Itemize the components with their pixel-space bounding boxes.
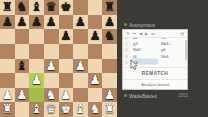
white-pawn: ♟ [89,74,100,87]
square-f5[interactable] [73,44,88,59]
square-d4[interactable]: ♟ [44,59,59,74]
square-h6[interactable]: ♞ [102,29,117,44]
square-b5[interactable] [15,44,30,59]
square-c1[interactable]: ♝ [29,102,44,117]
black-bishop: ♝ [16,59,27,72]
square-h8[interactable]: ♜ [102,0,117,15]
square-g3[interactable]: ♟ [88,73,103,88]
analysis-board-link[interactable]: Analysis board [123,79,187,89]
square-h3[interactable] [102,73,117,88]
player-top: Anonymous [124,21,188,28]
square-a5[interactable] [0,44,15,59]
move-toolbar: ⇅ ⏮ ◀ ▶ ⏭ ▤ [123,30,187,38]
square-g1[interactable]: ♞ [88,102,103,117]
square-b1[interactable] [15,102,30,117]
white-rook: ♜ [2,103,13,116]
black-knight: ♞ [104,30,115,43]
square-g2[interactable] [88,88,103,103]
square-e2[interactable]: ♟ [59,88,74,103]
square-g8[interactable] [88,0,103,15]
square-d2[interactable]: ♞ [44,88,59,103]
chess-board[interactable]: ♜♞♝♛♚♜♟♟♟♟♟♟♟♟♞♝♟♟♟♟♟♟♞♟♟♜♝♛♚♝♞♜ [0,0,117,117]
square-c6[interactable] [29,29,44,44]
square-f8[interactable] [73,0,88,15]
square-b8[interactable]: ♞ [15,0,30,15]
square-e5[interactable] [59,44,74,59]
square-d8[interactable]: ♛ [44,0,59,15]
square-e1[interactable]: ♚ [59,102,74,117]
square-h5[interactable] [102,44,117,59]
white-bishop: ♝ [75,103,86,116]
square-h1[interactable]: ♜ [102,102,117,117]
last-move-icon[interactable]: ⏭ [151,32,155,36]
player-bottom-name: WadeBasted [129,93,157,99]
square-d6[interactable] [44,29,59,44]
square-g5[interactable] [88,44,103,59]
square-g6[interactable]: ♟ [88,29,103,44]
white-knight: ♞ [46,88,57,101]
square-d3[interactable] [44,73,59,88]
mouse-cursor-icon [130,60,139,71]
square-f4[interactable]: ♟ [73,59,88,74]
square-f3[interactable] [73,73,88,88]
black-bishop: ♝ [31,1,42,14]
square-e6[interactable]: ♟ [59,29,74,44]
square-f1[interactable]: ♝ [73,102,88,117]
square-e4[interactable] [59,59,74,74]
white-bishop: ♝ [31,103,42,116]
square-f2[interactable] [73,88,88,103]
square-e7[interactable] [59,15,74,30]
online-dot-icon [124,23,127,26]
prev-move-icon[interactable]: ◀ [139,32,142,36]
square-g7[interactable] [88,15,103,30]
square-b7[interactable]: ♟ [15,15,30,30]
black-rook: ♜ [2,1,13,14]
black-knight: ♞ [16,1,27,14]
square-a1[interactable]: ♜ [0,102,15,117]
white-knight: ♞ [89,103,100,116]
white-pawn: ♟ [16,88,27,101]
black-queen: ♛ [46,1,57,14]
square-f6[interactable] [73,29,88,44]
black-pawn: ♟ [2,15,13,28]
square-d1[interactable]: ♛ [44,102,59,117]
player-bottom-rating: 1501 [178,93,188,98]
online-dot-icon [124,94,127,97]
white-pawn: ♟ [46,59,57,72]
square-c4[interactable] [29,59,44,74]
black-king: ♚ [60,1,71,14]
white-rook: ♜ [104,103,115,116]
square-a3[interactable] [0,73,15,88]
white-pawn: ♟ [2,88,13,101]
square-a4[interactable] [0,59,15,74]
player-top-name: Anonymous [129,22,155,28]
black-rook: ♜ [104,1,115,14]
square-b3[interactable] [15,73,30,88]
black-pawn: ♟ [75,15,86,28]
square-h4[interactable] [102,59,117,74]
black-pawn: ♟ [60,30,71,43]
square-f7[interactable]: ♟ [73,15,88,30]
square-a6[interactable] [0,29,15,44]
square-e3[interactable] [59,73,74,88]
square-h2[interactable]: ♟ [102,88,117,103]
square-b6[interactable] [15,29,30,44]
square-a8[interactable]: ♜ [0,0,15,15]
square-d7[interactable]: ♟ [44,15,59,30]
square-c3[interactable]: ♟ [29,73,44,88]
white-pawn: ♟ [31,74,42,87]
flip-board-icon[interactable]: ⇅ [126,32,129,36]
white-king: ♚ [60,103,71,116]
move-black[interactable] [158,59,186,65]
black-pawn: ♟ [46,15,57,28]
white-pawn: ♟ [104,88,115,101]
square-c5[interactable] [29,44,44,59]
square-g4[interactable] [88,59,103,74]
square-h7[interactable]: ♟ [102,15,117,30]
square-e8[interactable]: ♚ [59,0,74,15]
square-d5[interactable] [44,44,59,59]
next-move-icon[interactable]: ▶ [145,32,148,36]
analysis-icon[interactable]: ▤ [180,32,184,36]
move-list-scrollbar[interactable] [185,40,187,60]
player-bottom: WadeBasted 1501 [124,92,188,99]
square-c8[interactable]: ♝ [29,0,44,15]
black-pawn: ♟ [16,15,27,28]
square-b2[interactable]: ♟ [15,88,30,103]
square-c7[interactable]: ♟ [29,15,44,30]
square-b4[interactable]: ♝ [15,59,30,74]
square-a2[interactable]: ♟ [0,88,15,103]
black-pawn: ♟ [89,30,100,43]
move-number: 5 [123,59,130,65]
square-a7[interactable]: ♟ [0,15,15,30]
white-pawn: ♟ [60,88,71,101]
first-move-icon[interactable]: ⏮ [132,32,136,36]
white-queen: ♛ [46,103,57,116]
black-pawn: ♟ [104,15,115,28]
black-pawn: ♟ [31,15,42,28]
white-pawn: ♟ [75,59,86,72]
square-c2[interactable] [29,88,44,103]
